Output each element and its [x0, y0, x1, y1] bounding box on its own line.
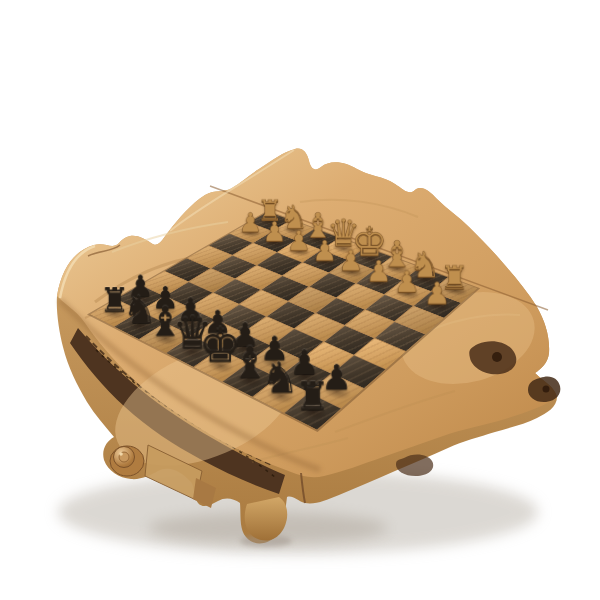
piece-white-pawn[interactable]: ♟ — [339, 247, 365, 275]
piece-white-pawn[interactable]: ♟ — [424, 278, 451, 308]
piece-black-knight[interactable]: ♞ — [261, 356, 299, 399]
piece-black-rook[interactable]: ♜ — [295, 376, 330, 415]
product-photo: ♜♞♝♛♚♝♞♜♟♟♟♟♟♟♟♟♟♟♟♟♟♟♟♟♜♞♝♛♚♝♞♜ — [0, 0, 600, 600]
board-scene: ♜♞♝♛♚♝♞♜♟♟♟♟♟♟♟♟♟♟♟♟♟♟♟♟♜♞♝♛♚♝♞♜ — [0, 0, 600, 600]
piece-white-pawn[interactable]: ♟ — [366, 257, 392, 286]
chess-board: ♜♞♝♛♚♝♞♜♟♟♟♟♟♟♟♟♟♟♟♟♟♟♟♟♜♞♝♛♚♝♞♜ — [90, 212, 478, 430]
